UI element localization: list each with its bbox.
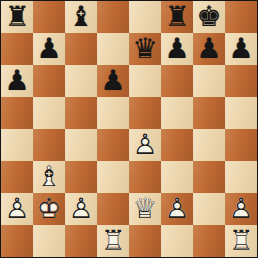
square-a4[interactable] [1, 129, 33, 161]
square-e6[interactable] [129, 65, 161, 97]
square-c3[interactable] [65, 161, 97, 193]
square-e5[interactable] [129, 97, 161, 129]
square-a2[interactable]: ♟♙ [1, 193, 33, 225]
white-rook-piece: ♜♖ [97, 225, 129, 257]
black-queen-piece: ♛ [129, 33, 161, 65]
square-c5[interactable] [65, 97, 97, 129]
square-b4[interactable] [33, 129, 65, 161]
square-h7[interactable]: ♟ [225, 33, 257, 65]
square-h4[interactable] [225, 129, 257, 161]
square-d6[interactable]: ♟ [97, 65, 129, 97]
chess-board: ♜♝♜♚♟♛♟♟♟♟♟♟♙♝♗♟♙♚♔♟♙♛♕♟♙♟♙♜♖♜♖ [1, 1, 257, 257]
black-rook-piece: ♜ [161, 1, 193, 33]
square-h8[interactable] [225, 1, 257, 33]
square-b2[interactable]: ♚♔ [33, 193, 65, 225]
white-pawn-piece: ♟♙ [129, 129, 161, 161]
square-d3[interactable] [97, 161, 129, 193]
square-b8[interactable] [33, 1, 65, 33]
square-d4[interactable] [97, 129, 129, 161]
square-f4[interactable] [161, 129, 193, 161]
square-e3[interactable] [129, 161, 161, 193]
square-a8[interactable]: ♜ [1, 1, 33, 33]
square-g5[interactable] [193, 97, 225, 129]
square-c1[interactable] [65, 225, 97, 257]
white-rook-piece: ♜♖ [225, 225, 257, 257]
square-f2[interactable]: ♟♙ [161, 193, 193, 225]
white-king-piece: ♚♔ [33, 193, 65, 225]
white-pawn-piece: ♟♙ [65, 193, 97, 225]
square-g1[interactable] [193, 225, 225, 257]
square-f3[interactable] [161, 161, 193, 193]
black-rook-piece: ♜ [1, 1, 33, 33]
square-e1[interactable] [129, 225, 161, 257]
chess-board-frame: ♜♝♜♚♟♛♟♟♟♟♟♟♙♝♗♟♙♚♔♟♙♛♕♟♙♟♙♜♖♜♖ [0, 0, 258, 258]
square-g2[interactable] [193, 193, 225, 225]
square-a7[interactable] [1, 33, 33, 65]
square-e7[interactable]: ♛ [129, 33, 161, 65]
square-f5[interactable] [161, 97, 193, 129]
square-c8[interactable]: ♝ [65, 1, 97, 33]
black-pawn-piece: ♟ [97, 65, 129, 97]
square-c4[interactable] [65, 129, 97, 161]
square-g8[interactable]: ♚ [193, 1, 225, 33]
square-a3[interactable] [1, 161, 33, 193]
square-e8[interactable] [129, 1, 161, 33]
white-pawn-piece: ♟♙ [225, 193, 257, 225]
square-d7[interactable] [97, 33, 129, 65]
black-pawn-piece: ♟ [193, 33, 225, 65]
square-g3[interactable] [193, 161, 225, 193]
white-queen-piece: ♛♕ [129, 193, 161, 225]
square-e4[interactable]: ♟♙ [129, 129, 161, 161]
square-g6[interactable] [193, 65, 225, 97]
square-h2[interactable]: ♟♙ [225, 193, 257, 225]
square-c7[interactable] [65, 33, 97, 65]
black-bishop-piece: ♝ [65, 1, 97, 33]
square-a6[interactable]: ♟ [1, 65, 33, 97]
square-f8[interactable]: ♜ [161, 1, 193, 33]
white-bishop-piece: ♝♗ [33, 161, 65, 193]
square-b1[interactable] [33, 225, 65, 257]
square-g4[interactable] [193, 129, 225, 161]
white-pawn-piece: ♟♙ [161, 193, 193, 225]
square-d2[interactable] [97, 193, 129, 225]
square-b5[interactable] [33, 97, 65, 129]
square-c6[interactable] [65, 65, 97, 97]
square-h1[interactable]: ♜♖ [225, 225, 257, 257]
square-f7[interactable]: ♟ [161, 33, 193, 65]
square-b3[interactable]: ♝♗ [33, 161, 65, 193]
black-pawn-piece: ♟ [225, 33, 257, 65]
square-c2[interactable]: ♟♙ [65, 193, 97, 225]
square-h6[interactable] [225, 65, 257, 97]
square-f6[interactable] [161, 65, 193, 97]
black-pawn-piece: ♟ [161, 33, 193, 65]
black-pawn-piece: ♟ [33, 33, 65, 65]
square-d8[interactable] [97, 1, 129, 33]
white-pawn-piece: ♟♙ [1, 193, 33, 225]
square-h3[interactable] [225, 161, 257, 193]
square-d5[interactable] [97, 97, 129, 129]
square-b7[interactable]: ♟ [33, 33, 65, 65]
square-b6[interactable] [33, 65, 65, 97]
square-a5[interactable] [1, 97, 33, 129]
square-g7[interactable]: ♟ [193, 33, 225, 65]
square-a1[interactable] [1, 225, 33, 257]
square-f1[interactable] [161, 225, 193, 257]
square-h5[interactable] [225, 97, 257, 129]
square-d1[interactable]: ♜♖ [97, 225, 129, 257]
black-pawn-piece: ♟ [1, 65, 33, 97]
square-e2[interactable]: ♛♕ [129, 193, 161, 225]
black-king-piece: ♚ [193, 1, 225, 33]
